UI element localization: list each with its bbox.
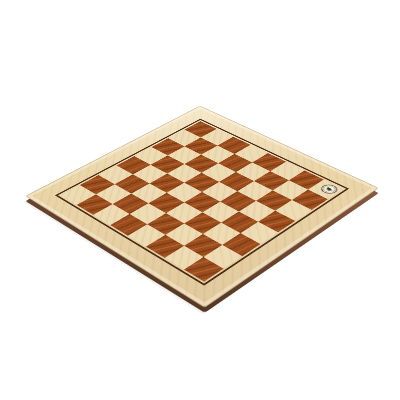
board-frame [55, 119, 349, 286]
board-grid [61, 121, 344, 281]
knight-logo-icon: ♞ [325, 186, 334, 191]
product-photo: ♞ [0, 0, 400, 400]
chess-board: ♞ [25, 106, 378, 308]
